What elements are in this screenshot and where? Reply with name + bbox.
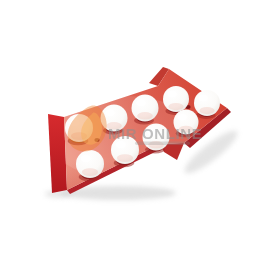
bulb-base-reflection [199, 107, 214, 114]
bulb-base-reflection [82, 168, 98, 176]
watermark-text: MIR ONLINE [108, 125, 202, 142]
bulb-highlight [136, 99, 146, 106]
arrow-side-left-cap [48, 114, 67, 193]
bulb-base-reflection [137, 112, 153, 120]
bulb-base-reflection [168, 103, 183, 110]
bulb-highlight [198, 95, 207, 102]
product-photo: MIR ONLINE [0, 0, 265, 265]
bulb-base-reflection [117, 154, 133, 162]
bulb-highlight [105, 109, 115, 116]
arrow-sign-image: MIR ONLINE [0, 0, 265, 265]
bulb-highlight [167, 91, 176, 98]
bulb-highlight [81, 155, 91, 162]
bulb-highlight [116, 141, 126, 148]
bulb-highlight [178, 114, 187, 121]
watermark-subtext-illegible [135, 142, 190, 146]
